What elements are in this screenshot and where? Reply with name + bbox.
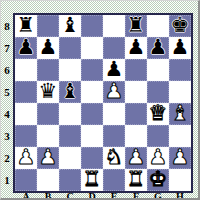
rank-label-3: 3 [1, 125, 13, 147]
black-rook[interactable]: ♜ [127, 15, 146, 36]
file-label-a: A [15, 191, 37, 200]
square-g7[interactable]: ♟ [147, 37, 169, 59]
rank-label-1: 1 [1, 169, 13, 191]
rank-label-7: 7 [1, 37, 13, 59]
square-d7[interactable] [81, 37, 103, 59]
black-pawn[interactable]: ♟ [17, 37, 36, 58]
white-bishop[interactable]: ♝ [171, 103, 190, 124]
square-c5[interactable]: ♝ [59, 81, 81, 103]
square-g4[interactable]: ♛ [147, 103, 169, 125]
square-e8[interactable] [103, 15, 125, 37]
square-f1[interactable]: ♜ [125, 169, 147, 191]
black-pawn[interactable]: ♟ [39, 37, 58, 58]
white-knight[interactable]: ♞ [105, 147, 124, 168]
file-label-g: G [147, 191, 169, 200]
white-pawn[interactable]: ♟ [127, 147, 146, 168]
white-rook[interactable]: ♜ [127, 169, 146, 190]
white-pawn[interactable]: ♟ [105, 81, 124, 102]
white-king[interactable]: ♚ [149, 169, 168, 190]
black-pawn[interactable]: ♟ [105, 59, 124, 80]
square-a6[interactable] [15, 59, 37, 81]
square-a4[interactable] [15, 103, 37, 125]
square-h4[interactable]: ♝ [169, 103, 191, 125]
square-e5[interactable]: ♟ [103, 81, 125, 103]
square-f4[interactable] [125, 103, 147, 125]
white-pawn[interactable]: ♟ [149, 147, 168, 168]
white-queen[interactable]: ♛ [149, 103, 168, 124]
square-e2[interactable]: ♞ [103, 147, 125, 169]
square-d5[interactable] [81, 81, 103, 103]
black-queen[interactable]: ♛ [39, 81, 58, 102]
square-a1[interactable] [15, 169, 37, 191]
black-bishop[interactable]: ♝ [61, 15, 80, 36]
square-c4[interactable] [59, 103, 81, 125]
square-a2[interactable]: ♟ [15, 147, 37, 169]
chess-board: ♜♝♜♚♟♟♟♟♟♟♛♝♟♛♝♟♟♞♟♟♟♜♜♚ [13, 13, 193, 193]
rank-label-4: 4 [1, 103, 13, 125]
square-h6[interactable] [169, 59, 191, 81]
square-b2[interactable]: ♟ [37, 147, 59, 169]
square-d1[interactable]: ♜ [81, 169, 103, 191]
rank-label-5: 5 [1, 81, 13, 103]
black-pawn[interactable]: ♟ [171, 37, 190, 58]
rank-label-8: 8 [1, 15, 13, 37]
square-e1[interactable] [103, 169, 125, 191]
chess-app-window: ♜♝♜♚♟♟♟♟♟♟♛♝♟♛♝♟♟♞♟♟♟♜♜♚ 87654321ABCDEFG… [0, 0, 200, 200]
square-d6[interactable] [81, 59, 103, 81]
square-b5[interactable]: ♛ [37, 81, 59, 103]
white-rook[interactable]: ♜ [83, 169, 102, 190]
square-c3[interactable] [59, 125, 81, 147]
black-rook[interactable]: ♜ [17, 15, 36, 36]
black-pawn[interactable]: ♟ [127, 37, 146, 58]
square-e4[interactable] [103, 103, 125, 125]
file-label-e: E [103, 191, 125, 200]
square-c1[interactable] [59, 169, 81, 191]
rank-label-6: 6 [1, 59, 13, 81]
square-f6[interactable] [125, 59, 147, 81]
square-g6[interactable] [147, 59, 169, 81]
black-pawn[interactable]: ♟ [149, 37, 168, 58]
square-a7[interactable]: ♟ [15, 37, 37, 59]
black-king[interactable]: ♚ [171, 15, 190, 36]
square-c8[interactable]: ♝ [59, 15, 81, 37]
square-f7[interactable]: ♟ [125, 37, 147, 59]
square-b1[interactable] [37, 169, 59, 191]
square-h2[interactable]: ♟ [169, 147, 191, 169]
file-label-d: D [81, 191, 103, 200]
file-label-c: C [59, 191, 81, 200]
square-b4[interactable] [37, 103, 59, 125]
white-pawn[interactable]: ♟ [17, 147, 36, 168]
square-c7[interactable] [59, 37, 81, 59]
square-a5[interactable] [15, 81, 37, 103]
file-label-b: B [37, 191, 59, 200]
square-d8[interactable] [81, 15, 103, 37]
square-b7[interactable]: ♟ [37, 37, 59, 59]
black-bishop[interactable]: ♝ [61, 81, 80, 102]
rank-label-2: 2 [1, 147, 13, 169]
file-label-h: H [169, 191, 191, 200]
square-d4[interactable] [81, 103, 103, 125]
square-g1[interactable]: ♚ [147, 169, 169, 191]
file-label-f: F [125, 191, 147, 200]
white-pawn[interactable]: ♟ [39, 147, 58, 168]
square-d3[interactable] [81, 125, 103, 147]
square-c2[interactable] [59, 147, 81, 169]
white-pawn[interactable]: ♟ [171, 147, 190, 168]
square-h1[interactable] [169, 169, 191, 191]
square-h7[interactable]: ♟ [169, 37, 191, 59]
square-f5[interactable] [125, 81, 147, 103]
